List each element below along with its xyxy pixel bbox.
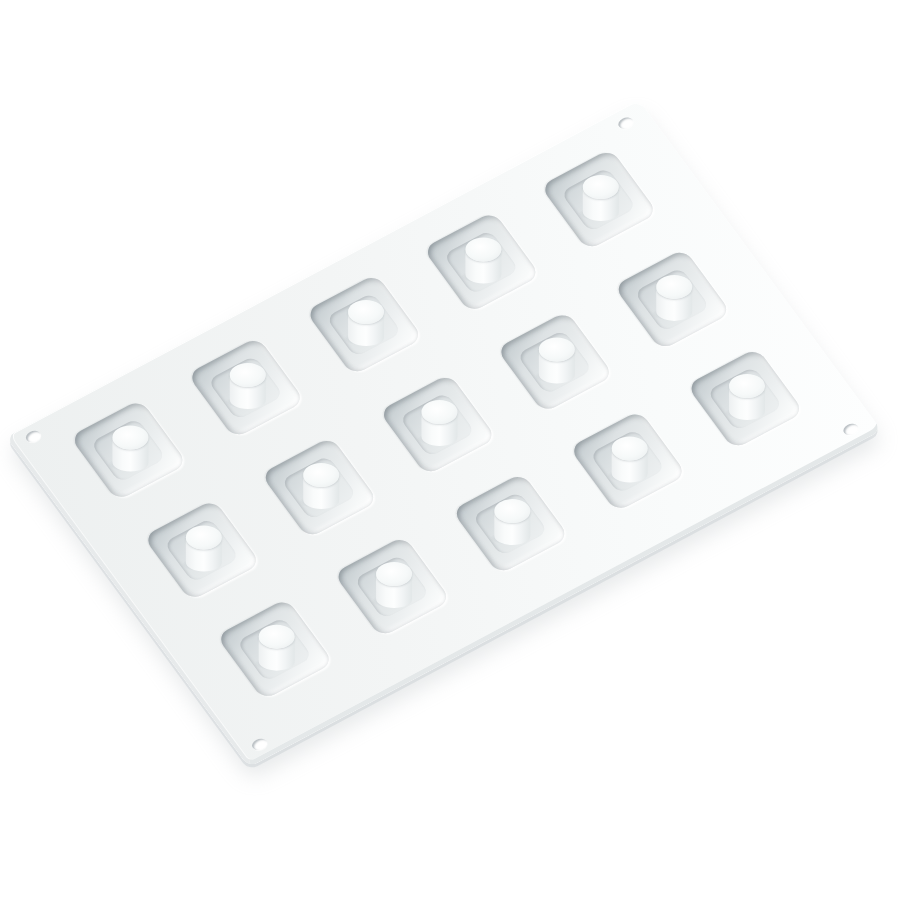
post-top [112, 426, 148, 450]
corner-hole-right [841, 421, 861, 437]
post-cylinder [348, 300, 384, 348]
post-top [421, 400, 457, 424]
post-cylinder [376, 562, 412, 610]
mold-cavity-r2c1 [143, 499, 261, 601]
post-cylinder [259, 625, 295, 673]
corner-hole-bottom [250, 736, 270, 752]
corner-hole-top [616, 115, 636, 131]
post-cylinder [465, 238, 501, 286]
post-cylinder [186, 525, 222, 573]
post-cylinder [494, 499, 530, 547]
mold-cavity-r3c1 [216, 598, 334, 700]
post-cylinder [230, 363, 266, 411]
post-top [186, 525, 222, 549]
post-top [583, 175, 619, 199]
mold-cavity-r2c3 [378, 373, 496, 475]
post-top [729, 374, 765, 398]
mold-body [6, 100, 882, 768]
post-top [348, 300, 384, 324]
post-top [259, 625, 295, 649]
mold-cavity-r1c3 [305, 274, 423, 376]
post-top [303, 462, 339, 486]
mold-cavity-r2c4 [496, 311, 614, 413]
corner-hole-left [23, 429, 43, 445]
post-cylinder [583, 175, 619, 223]
mold-cavity-r1c2 [187, 336, 305, 438]
post-cylinder [112, 426, 148, 474]
mold-cavity-r1c5 [540, 148, 658, 250]
post-top [465, 238, 501, 262]
mold-cavity-r1c4 [422, 211, 540, 313]
post-top [494, 499, 530, 523]
mold-cavity-r3c2 [334, 536, 452, 638]
mold-cavity-r1c1 [70, 399, 188, 501]
post-top [230, 363, 266, 387]
post-cylinder [729, 374, 765, 422]
photo-canvas [0, 0, 900, 900]
mold-cavity-r3c5 [686, 348, 804, 450]
mold-cavity-r3c4 [569, 410, 687, 512]
post-cylinder [421, 400, 457, 448]
post-top [538, 337, 574, 361]
post-cylinder [538, 337, 574, 385]
mold-cavity-r2c5 [613, 248, 731, 350]
post-top [656, 274, 692, 298]
post-top [611, 437, 647, 461]
post-top [376, 562, 412, 586]
post-cylinder [303, 462, 339, 510]
mold-cavity-r3c3 [451, 473, 569, 575]
post-cylinder [656, 274, 692, 322]
post-cylinder [611, 437, 647, 485]
mold-cavity-r2c2 [260, 436, 378, 538]
